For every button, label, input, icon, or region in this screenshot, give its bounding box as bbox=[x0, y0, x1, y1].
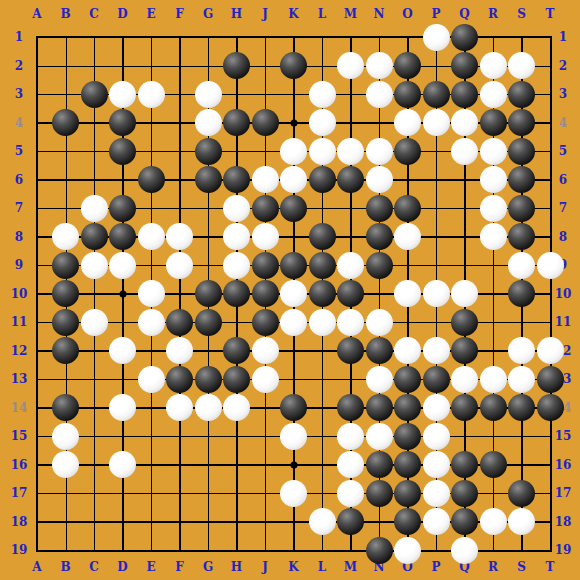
intersection-B7[interactable] bbox=[51, 194, 80, 223]
intersection-N14[interactable] bbox=[365, 393, 394, 422]
intersection-N19[interactable] bbox=[365, 536, 394, 565]
intersection-N7[interactable] bbox=[365, 194, 394, 223]
intersection-E8[interactable] bbox=[137, 222, 166, 251]
intersection-O4[interactable] bbox=[393, 108, 422, 137]
intersection-P12[interactable] bbox=[422, 336, 451, 365]
intersection-M8[interactable] bbox=[336, 222, 365, 251]
intersection-P6[interactable] bbox=[422, 165, 451, 194]
intersection-N4[interactable] bbox=[365, 108, 394, 137]
intersection-M17[interactable] bbox=[336, 479, 365, 508]
intersection-C4[interactable] bbox=[80, 108, 109, 137]
intersection-R15[interactable] bbox=[479, 422, 508, 451]
intersection-J14[interactable] bbox=[251, 393, 280, 422]
intersection-D17[interactable] bbox=[108, 479, 137, 508]
intersection-D10[interactable] bbox=[108, 279, 137, 308]
intersection-S16[interactable] bbox=[507, 450, 536, 479]
intersection-J8[interactable] bbox=[251, 222, 280, 251]
intersection-E18[interactable] bbox=[137, 507, 166, 536]
intersection-N2[interactable] bbox=[365, 51, 394, 80]
intersection-H2[interactable] bbox=[222, 51, 251, 80]
intersection-F14[interactable] bbox=[165, 393, 194, 422]
intersection-B10[interactable] bbox=[51, 279, 80, 308]
intersection-O11[interactable] bbox=[393, 308, 422, 337]
intersection-G6[interactable] bbox=[194, 165, 223, 194]
intersection-S10[interactable] bbox=[507, 279, 536, 308]
intersection-J15[interactable] bbox=[251, 422, 280, 451]
intersection-J13[interactable] bbox=[251, 365, 280, 394]
intersection-C10[interactable] bbox=[80, 279, 109, 308]
intersection-E17[interactable] bbox=[137, 479, 166, 508]
intersection-K4[interactable] bbox=[279, 108, 308, 137]
intersection-G13[interactable] bbox=[194, 365, 223, 394]
intersection-O2[interactable] bbox=[393, 51, 422, 80]
intersection-O12[interactable] bbox=[393, 336, 422, 365]
intersection-C13[interactable] bbox=[80, 365, 109, 394]
intersection-H18[interactable] bbox=[222, 507, 251, 536]
intersection-B8[interactable] bbox=[51, 222, 80, 251]
intersection-K17[interactable] bbox=[279, 479, 308, 508]
intersection-E1[interactable] bbox=[137, 23, 166, 52]
intersection-S14[interactable] bbox=[507, 393, 536, 422]
intersection-N12[interactable] bbox=[365, 336, 394, 365]
intersection-F15[interactable] bbox=[165, 422, 194, 451]
intersection-A7[interactable] bbox=[23, 194, 52, 223]
intersection-P1[interactable] bbox=[422, 23, 451, 52]
intersection-Q15[interactable] bbox=[450, 422, 479, 451]
intersection-H6[interactable] bbox=[222, 165, 251, 194]
intersection-N16[interactable] bbox=[365, 450, 394, 479]
intersection-E16[interactable] bbox=[137, 450, 166, 479]
intersection-C7[interactable] bbox=[80, 194, 109, 223]
intersection-T13[interactable] bbox=[536, 365, 565, 394]
intersection-J2[interactable] bbox=[251, 51, 280, 80]
intersection-Q3[interactable] bbox=[450, 80, 479, 109]
intersection-F10[interactable] bbox=[165, 279, 194, 308]
intersection-R2[interactable] bbox=[479, 51, 508, 80]
intersection-E15[interactable] bbox=[137, 422, 166, 451]
intersection-K15[interactable] bbox=[279, 422, 308, 451]
intersection-J5[interactable] bbox=[251, 137, 280, 166]
intersection-D11[interactable] bbox=[108, 308, 137, 337]
intersection-D7[interactable] bbox=[108, 194, 137, 223]
intersection-A3[interactable] bbox=[23, 80, 52, 109]
intersection-D13[interactable] bbox=[108, 365, 137, 394]
intersection-P3[interactable] bbox=[422, 80, 451, 109]
intersection-D3[interactable] bbox=[108, 80, 137, 109]
intersection-P2[interactable] bbox=[422, 51, 451, 80]
intersection-C8[interactable] bbox=[80, 222, 109, 251]
intersection-L1[interactable] bbox=[308, 23, 337, 52]
intersection-B12[interactable] bbox=[51, 336, 80, 365]
intersection-O14[interactable] bbox=[393, 393, 422, 422]
intersection-L11[interactable] bbox=[308, 308, 337, 337]
intersection-M15[interactable] bbox=[336, 422, 365, 451]
intersection-Q14[interactable] bbox=[450, 393, 479, 422]
intersection-N15[interactable] bbox=[365, 422, 394, 451]
intersection-B6[interactable] bbox=[51, 165, 80, 194]
intersection-K5[interactable] bbox=[279, 137, 308, 166]
intersection-O19[interactable] bbox=[393, 536, 422, 565]
intersection-F4[interactable] bbox=[165, 108, 194, 137]
intersection-L8[interactable] bbox=[308, 222, 337, 251]
intersection-F7[interactable] bbox=[165, 194, 194, 223]
intersection-J17[interactable] bbox=[251, 479, 280, 508]
intersection-F13[interactable] bbox=[165, 365, 194, 394]
intersection-O3[interactable] bbox=[393, 80, 422, 109]
intersection-Q19[interactable] bbox=[450, 536, 479, 565]
intersection-E9[interactable] bbox=[137, 251, 166, 280]
intersection-A4[interactable] bbox=[23, 108, 52, 137]
intersection-L2[interactable] bbox=[308, 51, 337, 80]
intersection-G8[interactable] bbox=[194, 222, 223, 251]
intersection-D1[interactable] bbox=[108, 23, 137, 52]
intersection-G14[interactable] bbox=[194, 393, 223, 422]
intersection-L5[interactable] bbox=[308, 137, 337, 166]
intersection-P15[interactable] bbox=[422, 422, 451, 451]
intersection-B1[interactable] bbox=[51, 23, 80, 52]
intersection-C6[interactable] bbox=[80, 165, 109, 194]
intersection-N10[interactable] bbox=[365, 279, 394, 308]
intersection-S11[interactable] bbox=[507, 308, 536, 337]
intersection-N17[interactable] bbox=[365, 479, 394, 508]
intersection-J6[interactable] bbox=[251, 165, 280, 194]
intersection-S17[interactable] bbox=[507, 479, 536, 508]
intersection-E7[interactable] bbox=[137, 194, 166, 223]
intersection-L14[interactable] bbox=[308, 393, 337, 422]
intersection-G10[interactable] bbox=[194, 279, 223, 308]
intersection-O9[interactable] bbox=[393, 251, 422, 280]
intersection-Q5[interactable] bbox=[450, 137, 479, 166]
intersection-S5[interactable] bbox=[507, 137, 536, 166]
intersection-K6[interactable] bbox=[279, 165, 308, 194]
intersection-D2[interactable] bbox=[108, 51, 137, 80]
intersection-O17[interactable] bbox=[393, 479, 422, 508]
intersection-S8[interactable] bbox=[507, 222, 536, 251]
intersection-F16[interactable] bbox=[165, 450, 194, 479]
intersection-R5[interactable] bbox=[479, 137, 508, 166]
intersection-C2[interactable] bbox=[80, 51, 109, 80]
intersection-R18[interactable] bbox=[479, 507, 508, 536]
intersection-B3[interactable] bbox=[51, 80, 80, 109]
intersection-C12[interactable] bbox=[80, 336, 109, 365]
intersection-J10[interactable] bbox=[251, 279, 280, 308]
intersection-K18[interactable] bbox=[279, 507, 308, 536]
intersection-S13[interactable] bbox=[507, 365, 536, 394]
intersection-M7[interactable] bbox=[336, 194, 365, 223]
intersection-Q18[interactable] bbox=[450, 507, 479, 536]
intersection-E11[interactable] bbox=[137, 308, 166, 337]
intersection-Q8[interactable] bbox=[450, 222, 479, 251]
intersection-R7[interactable] bbox=[479, 194, 508, 223]
intersection-K8[interactable] bbox=[279, 222, 308, 251]
intersection-G16[interactable] bbox=[194, 450, 223, 479]
intersection-P18[interactable] bbox=[422, 507, 451, 536]
intersection-S4[interactable] bbox=[507, 108, 536, 137]
intersection-H17[interactable] bbox=[222, 479, 251, 508]
intersection-R8[interactable] bbox=[479, 222, 508, 251]
intersection-J18[interactable] bbox=[251, 507, 280, 536]
intersection-F17[interactable] bbox=[165, 479, 194, 508]
intersection-J11[interactable] bbox=[251, 308, 280, 337]
intersection-R4[interactable] bbox=[479, 108, 508, 137]
intersection-L16[interactable] bbox=[308, 450, 337, 479]
intersection-C1[interactable] bbox=[80, 23, 109, 52]
intersection-O5[interactable] bbox=[393, 137, 422, 166]
intersection-E14[interactable] bbox=[137, 393, 166, 422]
intersection-S18[interactable] bbox=[507, 507, 536, 536]
intersection-M2[interactable] bbox=[336, 51, 365, 80]
intersection-A5[interactable] bbox=[23, 137, 52, 166]
intersection-Q11[interactable] bbox=[450, 308, 479, 337]
intersection-M5[interactable] bbox=[336, 137, 365, 166]
intersection-K7[interactable] bbox=[279, 194, 308, 223]
intersection-E2[interactable] bbox=[137, 51, 166, 80]
intersection-C18[interactable] bbox=[80, 507, 109, 536]
intersection-D14[interactable] bbox=[108, 393, 137, 422]
intersection-S15[interactable] bbox=[507, 422, 536, 451]
intersection-Q7[interactable] bbox=[450, 194, 479, 223]
intersection-G5[interactable] bbox=[194, 137, 223, 166]
intersection-R13[interactable] bbox=[479, 365, 508, 394]
intersection-C14[interactable] bbox=[80, 393, 109, 422]
intersection-E13[interactable] bbox=[137, 365, 166, 394]
intersection-M12[interactable] bbox=[336, 336, 365, 365]
intersection-K13[interactable] bbox=[279, 365, 308, 394]
intersection-P11[interactable] bbox=[422, 308, 451, 337]
intersection-O1[interactable] bbox=[393, 23, 422, 52]
intersection-P9[interactable] bbox=[422, 251, 451, 280]
intersection-F6[interactable] bbox=[165, 165, 194, 194]
intersection-A2[interactable] bbox=[23, 51, 52, 80]
intersection-F18[interactable] bbox=[165, 507, 194, 536]
intersection-D16[interactable] bbox=[108, 450, 137, 479]
intersection-L15[interactable] bbox=[308, 422, 337, 451]
intersection-P10[interactable] bbox=[422, 279, 451, 308]
intersection-B17[interactable] bbox=[51, 479, 80, 508]
intersection-H3[interactable] bbox=[222, 80, 251, 109]
intersection-H12[interactable] bbox=[222, 336, 251, 365]
intersection-A6[interactable] bbox=[23, 165, 52, 194]
intersection-Q10[interactable] bbox=[450, 279, 479, 308]
intersection-N11[interactable] bbox=[365, 308, 394, 337]
intersection-D18[interactable] bbox=[108, 507, 137, 536]
intersection-K14[interactable] bbox=[279, 393, 308, 422]
intersection-O7[interactable] bbox=[393, 194, 422, 223]
intersection-D5[interactable] bbox=[108, 137, 137, 166]
intersection-R11[interactable] bbox=[479, 308, 508, 337]
intersection-P14[interactable] bbox=[422, 393, 451, 422]
intersection-N18[interactable] bbox=[365, 507, 394, 536]
intersection-L13[interactable] bbox=[308, 365, 337, 394]
intersection-L10[interactable] bbox=[308, 279, 337, 308]
intersection-J7[interactable] bbox=[251, 194, 280, 223]
intersection-S3[interactable] bbox=[507, 80, 536, 109]
intersection-M13[interactable] bbox=[336, 365, 365, 394]
intersection-Q17[interactable] bbox=[450, 479, 479, 508]
intersection-E3[interactable] bbox=[137, 80, 166, 109]
intersection-G15[interactable] bbox=[194, 422, 223, 451]
intersection-Q4[interactable] bbox=[450, 108, 479, 137]
intersection-G3[interactable] bbox=[194, 80, 223, 109]
intersection-J4[interactable] bbox=[251, 108, 280, 137]
intersection-K9[interactable] bbox=[279, 251, 308, 280]
intersection-J9[interactable] bbox=[251, 251, 280, 280]
intersection-B9[interactable] bbox=[51, 251, 80, 280]
intersection-N13[interactable] bbox=[365, 365, 394, 394]
intersection-H4[interactable] bbox=[222, 108, 251, 137]
intersection-M14[interactable] bbox=[336, 393, 365, 422]
intersection-Q16[interactable] bbox=[450, 450, 479, 479]
intersection-N6[interactable] bbox=[365, 165, 394, 194]
intersection-R16[interactable] bbox=[479, 450, 508, 479]
intersection-A1[interactable] bbox=[23, 23, 52, 52]
intersection-G4[interactable] bbox=[194, 108, 223, 137]
intersection-J3[interactable] bbox=[251, 80, 280, 109]
intersection-L7[interactable] bbox=[308, 194, 337, 223]
intersection-B2[interactable] bbox=[51, 51, 80, 80]
intersection-B11[interactable] bbox=[51, 308, 80, 337]
intersection-N9[interactable] bbox=[365, 251, 394, 280]
intersection-R9[interactable] bbox=[479, 251, 508, 280]
intersection-M1[interactable] bbox=[336, 23, 365, 52]
intersection-S9[interactable] bbox=[507, 251, 536, 280]
intersection-Q6[interactable] bbox=[450, 165, 479, 194]
intersection-R3[interactable] bbox=[479, 80, 508, 109]
intersection-R1[interactable] bbox=[479, 23, 508, 52]
intersection-C17[interactable] bbox=[80, 479, 109, 508]
intersection-H14[interactable] bbox=[222, 393, 251, 422]
intersection-M3[interactable] bbox=[336, 80, 365, 109]
intersection-D8[interactable] bbox=[108, 222, 137, 251]
intersection-J12[interactable] bbox=[251, 336, 280, 365]
intersection-H5[interactable] bbox=[222, 137, 251, 166]
intersection-N1[interactable] bbox=[365, 23, 394, 52]
intersection-D6[interactable] bbox=[108, 165, 137, 194]
intersection-R10[interactable] bbox=[479, 279, 508, 308]
intersection-E4[interactable] bbox=[137, 108, 166, 137]
intersection-C9[interactable] bbox=[80, 251, 109, 280]
intersection-E6[interactable] bbox=[137, 165, 166, 194]
intersection-L12[interactable] bbox=[308, 336, 337, 365]
intersection-O10[interactable] bbox=[393, 279, 422, 308]
intersection-F5[interactable] bbox=[165, 137, 194, 166]
intersection-K2[interactable] bbox=[279, 51, 308, 80]
intersection-D9[interactable] bbox=[108, 251, 137, 280]
intersection-S2[interactable] bbox=[507, 51, 536, 80]
intersection-O15[interactable] bbox=[393, 422, 422, 451]
intersection-B4[interactable] bbox=[51, 108, 80, 137]
intersection-K16[interactable] bbox=[279, 450, 308, 479]
intersection-N3[interactable] bbox=[365, 80, 394, 109]
intersection-O13[interactable] bbox=[393, 365, 422, 394]
intersection-A9[interactable] bbox=[23, 251, 52, 280]
intersection-H16[interactable] bbox=[222, 450, 251, 479]
intersection-H13[interactable] bbox=[222, 365, 251, 394]
intersection-B14[interactable] bbox=[51, 393, 80, 422]
intersection-Q13[interactable] bbox=[450, 365, 479, 394]
intersection-H9[interactable] bbox=[222, 251, 251, 280]
intersection-K11[interactable] bbox=[279, 308, 308, 337]
intersection-S6[interactable] bbox=[507, 165, 536, 194]
intersection-F9[interactable] bbox=[165, 251, 194, 280]
intersection-Q1[interactable] bbox=[450, 23, 479, 52]
intersection-H11[interactable] bbox=[222, 308, 251, 337]
intersection-M9[interactable] bbox=[336, 251, 365, 280]
intersection-T12[interactable] bbox=[536, 336, 565, 365]
intersection-G12[interactable] bbox=[194, 336, 223, 365]
intersection-A8[interactable] bbox=[23, 222, 52, 251]
intersection-T9[interactable] bbox=[536, 251, 565, 280]
intersection-B18[interactable] bbox=[51, 507, 80, 536]
intersection-S7[interactable] bbox=[507, 194, 536, 223]
intersection-M18[interactable] bbox=[336, 507, 365, 536]
intersection-C16[interactable] bbox=[80, 450, 109, 479]
intersection-H1[interactable] bbox=[222, 23, 251, 52]
intersection-O8[interactable] bbox=[393, 222, 422, 251]
intersection-E10[interactable] bbox=[137, 279, 166, 308]
intersection-G11[interactable] bbox=[194, 308, 223, 337]
intersection-T14[interactable] bbox=[536, 393, 565, 422]
intersection-H10[interactable] bbox=[222, 279, 251, 308]
intersection-R12[interactable] bbox=[479, 336, 508, 365]
intersection-P17[interactable] bbox=[422, 479, 451, 508]
intersection-O18[interactable] bbox=[393, 507, 422, 536]
intersection-L4[interactable] bbox=[308, 108, 337, 137]
intersection-K1[interactable] bbox=[279, 23, 308, 52]
intersection-F12[interactable] bbox=[165, 336, 194, 365]
intersection-G17[interactable] bbox=[194, 479, 223, 508]
intersection-H8[interactable] bbox=[222, 222, 251, 251]
intersection-E12[interactable] bbox=[137, 336, 166, 365]
intersection-R17[interactable] bbox=[479, 479, 508, 508]
intersection-F8[interactable] bbox=[165, 222, 194, 251]
intersection-B15[interactable] bbox=[51, 422, 80, 451]
intersection-F3[interactable] bbox=[165, 80, 194, 109]
intersection-B13[interactable] bbox=[51, 365, 80, 394]
intersection-O6[interactable] bbox=[393, 165, 422, 194]
intersection-M16[interactable] bbox=[336, 450, 365, 479]
intersection-H15[interactable] bbox=[222, 422, 251, 451]
intersection-G18[interactable] bbox=[194, 507, 223, 536]
intersection-P8[interactable] bbox=[422, 222, 451, 251]
intersection-B16[interactable] bbox=[51, 450, 80, 479]
intersection-F2[interactable] bbox=[165, 51, 194, 80]
intersection-S12[interactable] bbox=[507, 336, 536, 365]
intersection-R6[interactable] bbox=[479, 165, 508, 194]
intersection-L17[interactable] bbox=[308, 479, 337, 508]
intersection-P4[interactable] bbox=[422, 108, 451, 137]
intersection-O16[interactable] bbox=[393, 450, 422, 479]
intersection-R14[interactable] bbox=[479, 393, 508, 422]
intersection-H7[interactable] bbox=[222, 194, 251, 223]
intersection-G7[interactable] bbox=[194, 194, 223, 223]
intersection-L6[interactable] bbox=[308, 165, 337, 194]
intersection-F1[interactable] bbox=[165, 23, 194, 52]
intersection-Q9[interactable] bbox=[450, 251, 479, 280]
intersection-J16[interactable] bbox=[251, 450, 280, 479]
intersection-P13[interactable] bbox=[422, 365, 451, 394]
intersection-P5[interactable] bbox=[422, 137, 451, 166]
intersection-D4[interactable] bbox=[108, 108, 137, 137]
intersection-S1[interactable] bbox=[507, 23, 536, 52]
intersection-N8[interactable] bbox=[365, 222, 394, 251]
intersection-F11[interactable] bbox=[165, 308, 194, 337]
intersection-G2[interactable] bbox=[194, 51, 223, 80]
intersection-K3[interactable] bbox=[279, 80, 308, 109]
intersection-M6[interactable] bbox=[336, 165, 365, 194]
intersection-J1[interactable] bbox=[251, 23, 280, 52]
intersection-L18[interactable] bbox=[308, 507, 337, 536]
